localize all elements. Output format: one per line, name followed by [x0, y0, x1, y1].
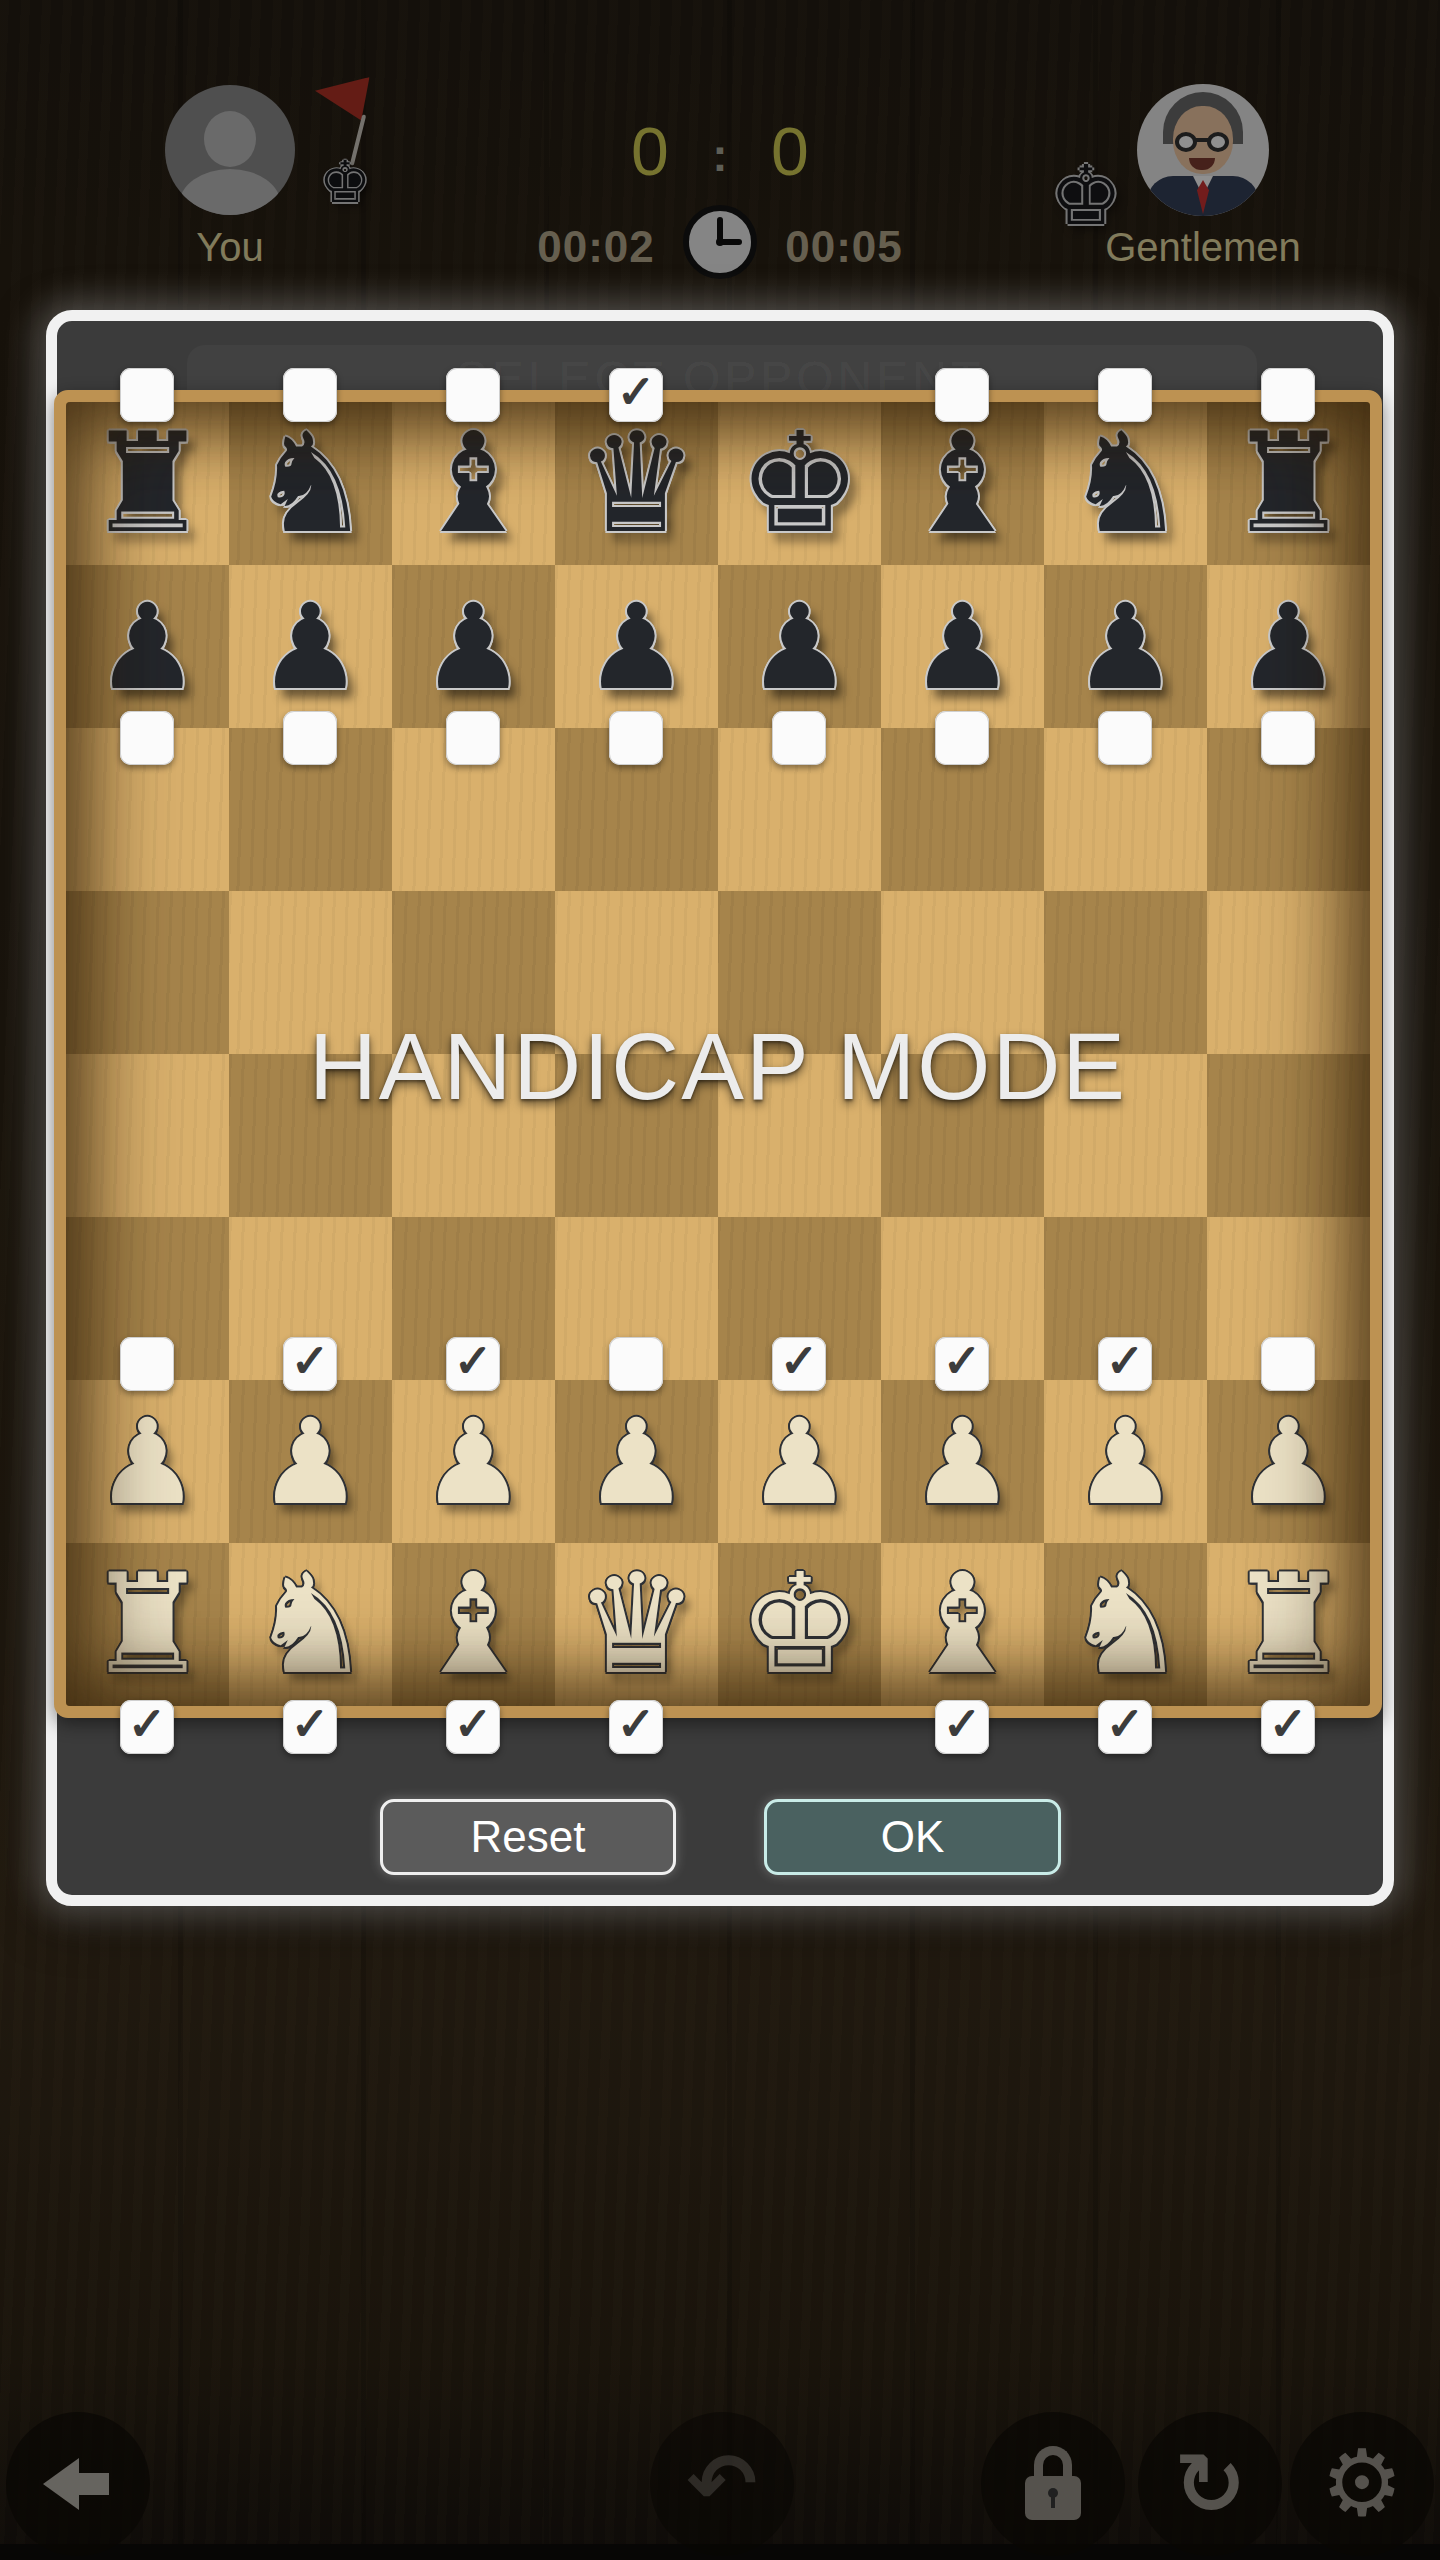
white-rook-piece: ♜ [66, 1543, 229, 1706]
square-h7: ♟ [1207, 565, 1370, 728]
black-pawn-piece: ♟ [66, 565, 229, 728]
white-pawn-piece: ♟ [66, 1380, 229, 1543]
checkmark-icon: ✓ [128, 1701, 167, 1747]
checkmark-icon: ✓ [1269, 1701, 1308, 1747]
white-queen-piece: ♛ [555, 1543, 718, 1706]
black-pawn-piece: ♟ [881, 565, 1044, 728]
square-c8: ♝ [392, 402, 555, 565]
handicap-checkbox-e7[interactable] [772, 711, 826, 765]
handicap-checkbox-f1[interactable]: ✓ [935, 1700, 989, 1754]
handicap-checkbox-b1[interactable]: ✓ [283, 1700, 337, 1754]
handicap-checkbox-h8[interactable] [1261, 368, 1315, 422]
square-b7: ♟ [229, 565, 392, 728]
black-pawn-piece: ♟ [229, 565, 392, 728]
white-pawn-piece: ♟ [1207, 1380, 1370, 1543]
square-d2: ♟ [555, 1380, 718, 1543]
ok-button[interactable]: OK [764, 1799, 1061, 1875]
handicap-checkbox-d2[interactable] [609, 1337, 663, 1391]
handicap-checkbox-h1[interactable]: ✓ [1261, 1700, 1315, 1754]
handicap-checkbox-e2[interactable]: ✓ [772, 1337, 826, 1391]
square-f7: ♟ [881, 565, 1044, 728]
black-rook-piece: ♜ [1207, 402, 1370, 565]
square-b8: ♞ [229, 402, 392, 565]
handicap-checkbox-g8[interactable] [1098, 368, 1152, 422]
square-d1: ♛ [555, 1543, 718, 1706]
handicap-mode-watermark: HANDICAP MODE [66, 1013, 1370, 1121]
white-king-piece: ♚ [718, 1543, 881, 1706]
handicap-checkbox-g7[interactable] [1098, 711, 1152, 765]
checkmark-icon: ✓ [291, 1701, 330, 1747]
square-e8: ♚ [718, 402, 881, 565]
white-pawn-piece: ♟ [555, 1380, 718, 1543]
handicap-checkbox-g2[interactable]: ✓ [1098, 1337, 1152, 1391]
checkmark-icon: ✓ [617, 369, 656, 415]
white-pawn-piece: ♟ [229, 1380, 392, 1543]
handicap-checkbox-h2[interactable] [1261, 1337, 1315, 1391]
square-f2: ♟ [881, 1380, 1044, 1543]
white-pawn-piece: ♟ [881, 1380, 1044, 1543]
chessboard-frame: ♜♞♝♛♚♝♞♜♟♟♟♟♟♟♟♟♟♟♟♟♟♟♟♟♜♞♝♛♚♝♞♜ HANDICA… [54, 390, 1382, 1718]
handicap-dialog: SELECT OPPONENT ♜♞♝♛♚♝♞♜♟♟♟♟♟♟♟♟♟♟♟♟♟♟♟♟… [46, 310, 1394, 1906]
checkmark-icon: ✓ [1106, 1701, 1145, 1747]
chess-app-screen: ♚ You 0 : 0 00:02 00:05 ♚ Gentlemen ↶ [0, 0, 1440, 2560]
square-b2: ♟ [229, 1380, 392, 1543]
handicap-checkbox-c8[interactable] [446, 368, 500, 422]
square-h2: ♟ [1207, 1380, 1370, 1543]
square-d8: ♛ [555, 402, 718, 565]
handicap-checkbox-f2[interactable]: ✓ [935, 1337, 989, 1391]
square-h8: ♜ [1207, 402, 1370, 565]
reset-button[interactable]: Reset [380, 1799, 676, 1875]
handicap-checkbox-b7[interactable] [283, 711, 337, 765]
handicap-checkbox-c7[interactable] [446, 711, 500, 765]
white-bishop-piece: ♝ [392, 1543, 555, 1706]
square-g7: ♟ [1044, 565, 1207, 728]
white-pawn-piece: ♟ [1044, 1380, 1207, 1543]
checkmark-icon: ✓ [943, 1701, 982, 1747]
square-e2: ♟ [718, 1380, 881, 1543]
handicap-checkbox-a2[interactable] [120, 1337, 174, 1391]
black-knight-piece: ♞ [1044, 402, 1207, 565]
square-g8: ♞ [1044, 402, 1207, 565]
black-king-piece: ♚ [718, 402, 881, 565]
square-g1: ♞ [1044, 1543, 1207, 1706]
square-d7: ♟ [555, 565, 718, 728]
black-knight-piece: ♞ [229, 402, 392, 565]
handicap-checkbox-d1[interactable]: ✓ [609, 1700, 663, 1754]
handicap-checkbox-a8[interactable] [120, 368, 174, 422]
black-queen-piece: ♛ [555, 402, 718, 565]
handicap-checkbox-c2[interactable]: ✓ [446, 1337, 500, 1391]
square-f1: ♝ [881, 1543, 1044, 1706]
square-c2: ♟ [392, 1380, 555, 1543]
square-e1: ♚ [718, 1543, 881, 1706]
handicap-checkbox-d8[interactable]: ✓ [609, 368, 663, 422]
checkmark-icon: ✓ [291, 1338, 330, 1384]
white-pawn-piece: ♟ [392, 1380, 555, 1543]
handicap-checkbox-g1[interactable]: ✓ [1098, 1700, 1152, 1754]
checkmark-icon: ✓ [780, 1338, 819, 1384]
black-pawn-piece: ♟ [718, 565, 881, 728]
square-c1: ♝ [392, 1543, 555, 1706]
square-c7: ♟ [392, 565, 555, 728]
checkmark-icon: ✓ [454, 1338, 493, 1384]
black-bishop-piece: ♝ [392, 402, 555, 565]
handicap-checkbox-a7[interactable] [120, 711, 174, 765]
white-bishop-piece: ♝ [881, 1543, 1044, 1706]
white-knight-piece: ♞ [1044, 1543, 1207, 1706]
square-a1: ♜ [66, 1543, 229, 1706]
square-b1: ♞ [229, 1543, 392, 1706]
handicap-checkbox-a1[interactable]: ✓ [120, 1700, 174, 1754]
handicap-checkbox-h7[interactable] [1261, 711, 1315, 765]
checkmark-icon: ✓ [943, 1338, 982, 1384]
black-bishop-piece: ♝ [881, 402, 1044, 565]
handicap-checkbox-c1[interactable]: ✓ [446, 1700, 500, 1754]
white-knight-piece: ♞ [229, 1543, 392, 1706]
square-f8: ♝ [881, 402, 1044, 565]
square-e7: ♟ [718, 565, 881, 728]
square-a7: ♟ [66, 565, 229, 728]
handicap-checkbox-b8[interactable] [283, 368, 337, 422]
square-a8: ♜ [66, 402, 229, 565]
handicap-checkbox-d7[interactable] [609, 711, 663, 765]
white-pawn-piece: ♟ [718, 1380, 881, 1543]
checkmark-icon: ✓ [454, 1701, 493, 1747]
black-pawn-piece: ♟ [555, 565, 718, 728]
black-pawn-piece: ♟ [1044, 565, 1207, 728]
handicap-checkbox-f8[interactable] [935, 368, 989, 422]
square-g2: ♟ [1044, 1380, 1207, 1543]
checkmark-icon: ✓ [1106, 1338, 1145, 1384]
black-pawn-piece: ♟ [1207, 565, 1370, 728]
handicap-checkbox-f7[interactable] [935, 711, 989, 765]
handicap-checkbox-b2[interactable]: ✓ [283, 1337, 337, 1391]
black-rook-piece: ♜ [66, 402, 229, 565]
square-h1: ♜ [1207, 1543, 1370, 1706]
checkmark-icon: ✓ [617, 1701, 656, 1747]
black-pawn-piece: ♟ [392, 565, 555, 728]
white-rook-piece: ♜ [1207, 1543, 1370, 1706]
square-a2: ♟ [66, 1380, 229, 1543]
